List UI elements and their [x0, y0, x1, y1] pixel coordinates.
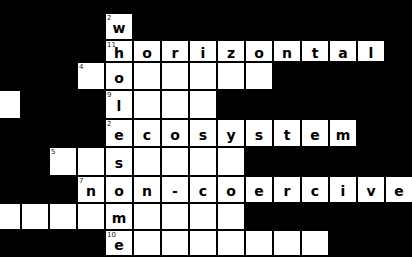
cell-r4c10	[245, 90, 273, 119]
cell-r1c11	[273, 13, 301, 40]
cell-r6c12	[301, 147, 329, 176]
cell-r6c2	[21, 147, 49, 176]
cell-r6c9[interactable]	[217, 147, 245, 176]
cell-letter: o	[106, 63, 132, 89]
cell-r2c15	[385, 40, 412, 62]
cell-r3c2	[21, 62, 49, 90]
cell-r8c4[interactable]	[77, 203, 105, 230]
cell-r3c6[interactable]	[133, 62, 161, 90]
cell-r9c2	[21, 230, 49, 256]
cell-letter: m	[330, 120, 356, 146]
cell-letter: c	[134, 120, 160, 146]
cell-r7c14[interactable]: v	[357, 176, 385, 203]
clue-number: 7	[79, 177, 83, 185]
cell-r5c14	[357, 119, 385, 147]
cell-r1c10	[245, 13, 273, 40]
cell-r1c8	[189, 13, 217, 40]
cell-r4c15	[385, 90, 412, 119]
clue-number: 4	[79, 63, 83, 71]
cell-r4c9	[217, 90, 245, 119]
cell-letter: c	[302, 177, 328, 202]
cell-r9c4	[77, 230, 105, 256]
cell-r4c11	[273, 90, 301, 119]
cell-r8c8[interactable]	[189, 203, 217, 230]
cell-r5c5[interactable]: e2	[105, 119, 133, 147]
cell-r7c6[interactable]: n	[133, 176, 161, 203]
cell-r9c6[interactable]	[133, 230, 161, 256]
cell-r6c4[interactable]	[77, 147, 105, 176]
cell-r3c1	[0, 62, 21, 90]
cell-r1c7	[161, 13, 189, 40]
cell-r5c11[interactable]: t	[273, 119, 301, 147]
cell-r6c7[interactable]	[161, 147, 189, 176]
cell-letter: o	[162, 120, 188, 146]
cell-r8c11	[273, 203, 301, 230]
cell-r4c1[interactable]	[0, 90, 21, 119]
cell-r4c6[interactable]	[133, 90, 161, 119]
cell-r6c10	[245, 147, 273, 176]
cell-letter: r	[162, 41, 188, 61]
cell-r5c1	[0, 119, 21, 147]
cell-letter: z	[218, 41, 244, 61]
cell-r5c2	[21, 119, 49, 147]
cell-r5c3	[49, 119, 77, 147]
cell-letter: o	[106, 177, 132, 202]
cell-r9c8[interactable]	[189, 230, 217, 256]
cell-letter: i	[330, 177, 356, 202]
cell-letter: s	[246, 120, 272, 146]
cell-r6c5[interactable]: s	[105, 147, 133, 176]
cell-letter: v	[358, 177, 384, 202]
cell-letter: e	[302, 120, 328, 146]
cell-r4c4	[77, 90, 105, 119]
cell-r3c13	[329, 62, 357, 90]
cell-r2c3	[49, 40, 77, 62]
cell-r1c15	[385, 13, 412, 40]
cell-letter: -	[162, 177, 188, 202]
cell-r9c9[interactable]	[217, 230, 245, 256]
cell-r2c9[interactable]: z	[217, 40, 245, 62]
cell-r3c10[interactable]	[245, 62, 273, 90]
cell-r6c8[interactable]	[189, 147, 217, 176]
cell-r8c2[interactable]	[21, 203, 49, 230]
clue-number: 10	[107, 231, 116, 239]
cell-letter: m	[106, 204, 132, 229]
cell-r2c4	[77, 40, 105, 62]
cell-letter: n	[274, 41, 300, 61]
cell-r7c3	[49, 176, 77, 203]
cell-letter: n	[134, 177, 160, 202]
cell-letter: e	[246, 177, 272, 202]
cell-r8c12	[301, 203, 329, 230]
cell-r4c8[interactable]	[189, 90, 217, 119]
cell-r4c3	[49, 90, 77, 119]
cell-r1c1	[0, 13, 21, 40]
crossword-board: w2h11orizontal4ol9e2cosystem5sn7on-coerc…	[0, 13, 412, 256]
cell-r7c13[interactable]: i	[329, 176, 357, 203]
cell-r4c5[interactable]: l9	[105, 90, 133, 119]
cell-r4c7[interactable]	[161, 90, 189, 119]
cell-r2c5[interactable]: h11	[105, 40, 133, 62]
cell-letter: s	[106, 148, 132, 175]
cell-r8c9[interactable]	[217, 203, 245, 230]
cell-r3c11	[273, 62, 301, 90]
cell-letter: o	[218, 177, 244, 202]
cell-r7c11[interactable]: r	[273, 176, 301, 203]
cell-r2c8[interactable]: i	[189, 40, 217, 62]
cell-r9c5[interactable]: e10	[105, 230, 133, 256]
cell-r2c2	[21, 40, 49, 62]
cell-r5c10[interactable]: s	[245, 119, 273, 147]
cell-r1c13	[329, 13, 357, 40]
cell-r6c14	[357, 147, 385, 176]
cell-letter: s	[190, 120, 216, 146]
cell-r3c15	[385, 62, 412, 90]
cell-r2c7[interactable]: r	[161, 40, 189, 62]
clue-number: 11	[107, 41, 116, 49]
cell-r3c14	[357, 62, 385, 90]
cell-r7c10[interactable]: e	[245, 176, 273, 203]
cell-r3c9[interactable]	[217, 62, 245, 90]
cell-r5c12[interactable]: e	[301, 119, 329, 147]
cell-r5c8[interactable]: s	[189, 119, 217, 147]
cell-r7c12[interactable]: c	[301, 176, 329, 203]
cell-r6c13	[329, 147, 357, 176]
cell-r7c4[interactable]: n7	[77, 176, 105, 203]
cell-r2c6[interactable]: o	[133, 40, 161, 62]
cell-r9c7[interactable]	[161, 230, 189, 256]
cell-r9c10[interactable]	[245, 230, 273, 256]
cell-r4c13	[329, 90, 357, 119]
cell-r3c5[interactable]: o	[105, 62, 133, 90]
cell-r3c8[interactable]	[189, 62, 217, 90]
cell-r9c14	[357, 230, 385, 256]
cell-r1c4	[77, 13, 105, 40]
cell-r3c12	[301, 62, 329, 90]
clue-number: 9	[107, 91, 111, 99]
cell-r4c12	[301, 90, 329, 119]
cell-r6c11	[273, 147, 301, 176]
cell-letter: c	[190, 177, 216, 202]
cell-r9c1	[0, 230, 21, 256]
cell-r2c13[interactable]: a	[329, 40, 357, 62]
cell-letter: r	[274, 177, 300, 202]
cell-r1c9	[217, 13, 245, 40]
cell-r4c14	[357, 90, 385, 119]
cell-r8c14	[357, 203, 385, 230]
cell-r5c7[interactable]: o	[161, 119, 189, 147]
cell-r2c14[interactable]: l	[357, 40, 385, 62]
clue-number: 2	[107, 120, 111, 128]
cell-r3c4[interactable]: 4	[77, 62, 105, 90]
cell-r9c3	[49, 230, 77, 256]
cell-r8c5[interactable]: m	[105, 203, 133, 230]
cell-r8c15	[385, 203, 412, 230]
cell-r9c12[interactable]	[301, 230, 329, 256]
clue-number: 2	[107, 14, 111, 22]
cell-r1c6	[133, 13, 161, 40]
cell-r7c7[interactable]: -	[161, 176, 189, 203]
cell-r9c13	[329, 230, 357, 256]
cell-r1c3	[49, 13, 77, 40]
cell-r5c15	[385, 119, 412, 147]
cell-r7c9[interactable]: o	[217, 176, 245, 203]
cell-letter: o	[246, 41, 272, 61]
cell-r7c2	[21, 176, 49, 203]
cell-r1c5[interactable]: w2	[105, 13, 133, 40]
cell-letter: o	[134, 41, 160, 61]
cell-letter: l	[358, 41, 384, 61]
cell-r2c11[interactable]: n	[273, 40, 301, 62]
cell-r6c15	[385, 147, 412, 176]
cell-r8c6[interactable]	[133, 203, 161, 230]
cell-r1c2	[21, 13, 49, 40]
cell-r7c8[interactable]: c	[189, 176, 217, 203]
cell-r5c13[interactable]: m	[329, 119, 357, 147]
cell-letter: e	[386, 177, 412, 202]
cell-letter: y	[218, 120, 244, 146]
cell-r5c4	[77, 119, 105, 147]
cell-r8c3[interactable]	[49, 203, 77, 230]
cell-r2c12[interactable]: t	[301, 40, 329, 62]
cell-r7c5[interactable]: o	[105, 176, 133, 203]
cell-r6c6[interactable]	[133, 147, 161, 176]
cell-letter: i	[190, 41, 216, 61]
cell-r5c9[interactable]: y	[217, 119, 245, 147]
cell-r7c15[interactable]: e	[385, 176, 412, 203]
cell-r8c10	[245, 203, 273, 230]
cell-r9c15	[385, 230, 412, 256]
cell-r8c1[interactable]	[0, 203, 21, 230]
cell-r8c13	[329, 203, 357, 230]
cell-r3c7[interactable]	[161, 62, 189, 90]
cell-letter: a	[330, 41, 356, 61]
cell-letter: t	[302, 41, 328, 61]
cell-r4c2	[21, 90, 49, 119]
cell-letter: t	[274, 120, 300, 146]
clue-number: 5	[51, 148, 55, 156]
cell-r3c3	[49, 62, 77, 90]
cell-r1c14	[357, 13, 385, 40]
cell-r9c11[interactable]	[273, 230, 301, 256]
cell-r1c12	[301, 13, 329, 40]
cell-r6c1	[0, 147, 21, 176]
cell-r7c1	[0, 176, 21, 203]
cell-r2c1	[0, 40, 21, 62]
cell-r2c10[interactable]: o	[245, 40, 273, 62]
cell-r5c6[interactable]: c	[133, 119, 161, 147]
cell-r8c7[interactable]	[161, 203, 189, 230]
cell-r6c3[interactable]: 5	[49, 147, 77, 176]
